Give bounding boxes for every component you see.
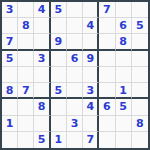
cell-r2c7[interactable] — [99, 18, 115, 34]
cell-r3c9[interactable] — [132, 34, 148, 50]
cell-r9c7[interactable] — [99, 132, 115, 148]
cell-r9c9[interactable] — [132, 132, 148, 148]
cell-r7c4[interactable] — [51, 99, 67, 115]
cell-r3c2[interactable] — [18, 34, 34, 50]
cell-r8c4[interactable] — [51, 116, 67, 132]
cell-r1c4[interactable]: 5 — [51, 2, 67, 18]
cell-r9c8[interactable] — [116, 132, 132, 148]
cell-r7c7[interactable]: 6 — [99, 99, 115, 115]
cell-r9c5[interactable] — [67, 132, 83, 148]
cell-r4c1[interactable]: 5 — [2, 51, 18, 67]
cell-r6c6[interactable]: 3 — [83, 83, 99, 99]
cell-r8c3[interactable] — [34, 116, 50, 132]
cell-r6c5[interactable] — [67, 83, 83, 99]
cell-r7c6[interactable]: 4 — [83, 99, 99, 115]
cell-r6c7[interactable] — [99, 83, 115, 99]
cell-r1c5[interactable] — [67, 2, 83, 18]
cell-r6c9[interactable] — [132, 83, 148, 99]
cell-r4c7[interactable] — [99, 51, 115, 67]
cell-r6c3[interactable] — [34, 83, 50, 99]
cell-r4c8[interactable] — [116, 51, 132, 67]
cell-r4c2[interactable] — [18, 51, 34, 67]
cell-r3c3[interactable] — [34, 34, 50, 50]
cell-r8c8[interactable] — [116, 116, 132, 132]
cell-r6c1[interactable]: 8 — [2, 83, 18, 99]
cell-r1c2[interactable] — [18, 2, 34, 18]
cell-r1c6[interactable] — [83, 2, 99, 18]
cell-r5c4[interactable] — [51, 67, 67, 83]
cell-r7c1[interactable] — [2, 99, 18, 115]
cell-r5c1[interactable] — [2, 67, 18, 83]
cell-r7c3[interactable]: 8 — [34, 99, 50, 115]
cell-r5c8[interactable] — [116, 67, 132, 83]
cell-r8c2[interactable] — [18, 116, 34, 132]
cell-r9c4[interactable]: 1 — [51, 132, 67, 148]
cell-r1c8[interactable] — [116, 2, 132, 18]
cell-r3c6[interactable] — [83, 34, 99, 50]
cell-r2c3[interactable] — [34, 18, 50, 34]
cell-r1c7[interactable]: 7 — [99, 2, 115, 18]
cell-r5c7[interactable] — [99, 67, 115, 83]
cell-r1c9[interactable] — [132, 2, 148, 18]
cell-r4c9[interactable] — [132, 51, 148, 67]
cell-r7c9[interactable] — [132, 99, 148, 115]
cell-r1c1[interactable]: 3 — [2, 2, 18, 18]
cell-r5c5[interactable] — [67, 67, 83, 83]
cell-r5c9[interactable] — [132, 67, 148, 83]
cell-r4c4[interactable] — [51, 51, 67, 67]
cell-r2c6[interactable]: 4 — [83, 18, 99, 34]
cell-r9c1[interactable] — [2, 132, 18, 148]
cell-r7c2[interactable] — [18, 99, 34, 115]
cell-r3c5[interactable] — [67, 34, 83, 50]
cell-r4c6[interactable]: 9 — [83, 51, 99, 67]
cell-r8c9[interactable]: 8 — [132, 116, 148, 132]
cell-r8c6[interactable] — [83, 116, 99, 132]
cell-r3c4[interactable]: 9 — [51, 34, 67, 50]
cell-r9c2[interactable] — [18, 132, 34, 148]
cell-r1c3[interactable]: 4 — [34, 2, 50, 18]
cell-r2c9[interactable]: 5 — [132, 18, 148, 34]
cell-r3c8[interactable]: 8 — [116, 34, 132, 50]
cell-r5c6[interactable] — [83, 67, 99, 83]
cell-r5c2[interactable] — [18, 67, 34, 83]
cell-r7c5[interactable] — [67, 99, 83, 115]
cell-r4c3[interactable]: 3 — [34, 51, 50, 67]
cell-r2c4[interactable] — [51, 18, 67, 34]
cell-r8c7[interactable] — [99, 116, 115, 132]
cell-r9c6[interactable]: 7 — [83, 132, 99, 148]
cell-r2c5[interactable] — [67, 18, 83, 34]
cell-r6c2[interactable]: 7 — [18, 83, 34, 99]
cell-r8c1[interactable]: 1 — [2, 116, 18, 132]
cell-r2c2[interactable]: 8 — [18, 18, 34, 34]
cell-r5c3[interactable] — [34, 67, 50, 83]
cell-r4c5[interactable]: 6 — [67, 51, 83, 67]
cell-r6c8[interactable]: 1 — [116, 83, 132, 99]
cell-r6c4[interactable]: 5 — [51, 83, 67, 99]
cell-r2c8[interactable]: 6 — [116, 18, 132, 34]
cell-r3c1[interactable]: 7 — [2, 34, 18, 50]
sudoku-board: 345784657985369875318465138517 — [0, 0, 150, 150]
cell-r9c3[interactable]: 5 — [34, 132, 50, 148]
cell-r3c7[interactable] — [99, 34, 115, 50]
cell-r8c5[interactable]: 3 — [67, 116, 83, 132]
cell-r2c1[interactable] — [2, 18, 18, 34]
cell-r7c8[interactable]: 5 — [116, 99, 132, 115]
